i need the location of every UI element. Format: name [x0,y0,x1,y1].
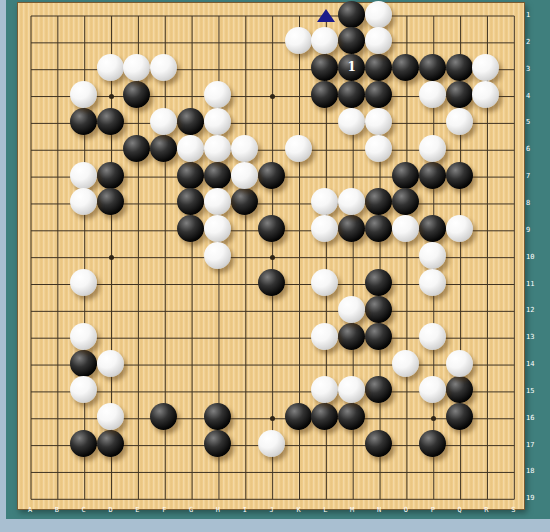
black-stone[interactable] [446,376,473,403]
go-board[interactable]: 1 [17,2,525,510]
row-label: 18 [526,467,544,475]
white-stone[interactable] [97,403,124,430]
black-stone[interactable] [419,162,446,189]
black-stone[interactable] [419,54,446,81]
white-stone[interactable] [311,323,338,350]
black-stone[interactable] [392,54,419,81]
row-label: 12 [526,306,544,314]
row-label: 13 [526,333,544,341]
white-stone[interactable] [285,27,312,54]
row-label: 6 [526,145,544,153]
white-stone[interactable] [204,242,231,269]
white-stone[interactable] [97,54,124,81]
white-stone[interactable] [446,108,473,135]
white-stone[interactable] [419,81,446,108]
column-label: P [423,506,443,514]
column-label: B [47,506,67,514]
column-label: R [476,506,496,514]
row-label: 11 [526,280,544,288]
white-stone[interactable] [97,350,124,377]
black-stone[interactable] [338,323,365,350]
black-stone[interactable] [177,108,204,135]
black-stone[interactable] [204,162,231,189]
row-label: 1 [526,11,544,19]
white-stone[interactable] [70,162,97,189]
column-label: M [342,506,362,514]
black-stone[interactable] [365,296,392,323]
row-label: 17 [526,441,544,449]
black-stone[interactable] [392,162,419,189]
white-stone[interactable] [392,350,419,377]
black-stone[interactable] [177,162,204,189]
column-label: D [101,506,121,514]
column-label: L [315,506,335,514]
black-stone[interactable] [365,430,392,457]
row-label: 19 [526,494,544,502]
white-stone[interactable] [392,215,419,242]
black-stone[interactable] [97,108,124,135]
white-stone[interactable] [70,269,97,296]
white-stone[interactable] [177,135,204,162]
row-label: 9 [526,226,544,234]
black-stone[interactable] [365,81,392,108]
black-stone[interactable] [446,162,473,189]
white-stone[interactable] [365,108,392,135]
black-stone[interactable] [70,430,97,457]
white-stone[interactable] [446,350,473,377]
move-number-label: 1 [338,54,365,81]
column-label: K [289,506,309,514]
black-stone[interactable] [204,403,231,430]
black-stone[interactable] [365,323,392,350]
row-label: 5 [526,118,544,126]
row-label: 3 [526,65,544,73]
black-stone[interactable] [285,403,312,430]
white-stone[interactable] [285,135,312,162]
column-label: I [235,506,255,514]
black-stone[interactable] [70,108,97,135]
white-stone[interactable] [419,242,446,269]
row-label: 10 [526,253,544,261]
white-stone[interactable] [446,215,473,242]
white-stone[interactable] [204,135,231,162]
column-label: H [208,506,228,514]
black-stone[interactable] [258,215,285,242]
row-label: 14 [526,360,544,368]
white-stone[interactable] [150,108,177,135]
row-label: 2 [526,38,544,46]
column-label: A [20,506,40,514]
white-stone[interactable] [70,323,97,350]
black-stone[interactable] [204,430,231,457]
white-stone[interactable] [231,162,258,189]
black-stone[interactable] [97,430,124,457]
column-label: O [396,506,416,514]
white-stone[interactable] [419,135,446,162]
black-stone[interactable] [97,188,124,215]
column-label: G [181,506,201,514]
white-stone[interactable] [419,323,446,350]
column-label: S [503,506,523,514]
white-stone[interactable] [365,1,392,28]
white-stone[interactable] [204,81,231,108]
white-stone[interactable] [365,135,392,162]
black-stone[interactable] [446,403,473,430]
black-stone[interactable] [338,1,365,28]
row-label: 15 [526,387,544,395]
row-label: 16 [526,414,544,422]
row-label: 8 [526,199,544,207]
white-stone[interactable] [338,296,365,323]
column-label: N [369,506,389,514]
triangle-marker [317,9,335,22]
white-stone[interactable] [70,188,97,215]
column-label: J [262,506,282,514]
white-stone[interactable] [419,376,446,403]
black-stone[interactable] [419,215,446,242]
black-stone[interactable] [258,269,285,296]
white-stone[interactable] [419,269,446,296]
black-stone[interactable] [70,350,97,377]
black-stone[interactable] [446,54,473,81]
column-label: C [74,506,94,514]
black-stone[interactable] [419,430,446,457]
black-stone[interactable] [446,81,473,108]
black-stone[interactable] [258,162,285,189]
white-stone[interactable] [231,135,258,162]
black-stone[interactable] [365,269,392,296]
row-label: 7 [526,172,544,180]
white-stone[interactable] [70,376,97,403]
black-stone[interactable] [150,135,177,162]
white-stone[interactable] [70,81,97,108]
white-stone[interactable] [258,430,285,457]
white-stone[interactable] [338,108,365,135]
column-label: Q [450,506,470,514]
column-label: E [127,506,147,514]
row-label: 4 [526,92,544,100]
white-stone[interactable] [204,108,231,135]
black-stone[interactable] [123,135,150,162]
black-stone[interactable] [97,162,124,189]
column-label: F [154,506,174,514]
